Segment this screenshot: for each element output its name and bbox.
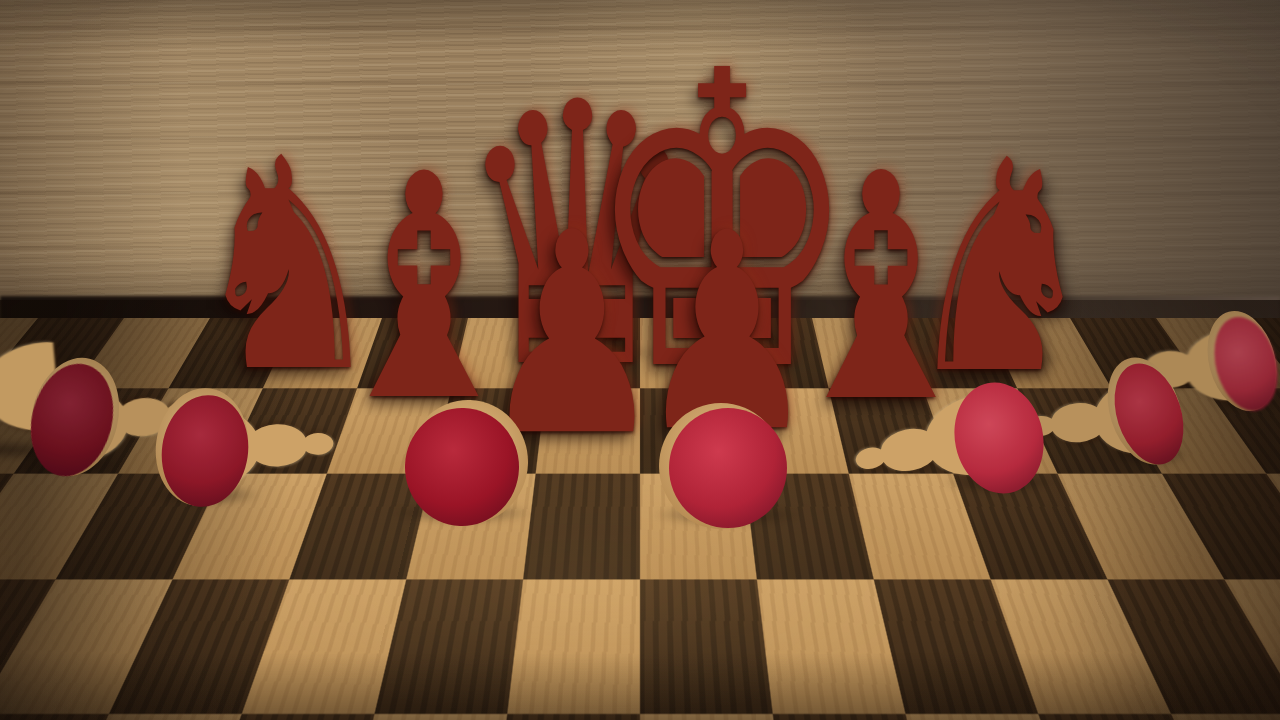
pieces-layer: ♞♝♛♚♝♞♟♟♟♟♟♟♟♟ xyxy=(0,0,1280,720)
pawn-felt-base xyxy=(669,408,787,528)
black-pawn-d7: ♟ xyxy=(479,227,666,444)
photo-chess-scene: { "game": "chess", "image_type": "photog… xyxy=(0,0,1280,720)
